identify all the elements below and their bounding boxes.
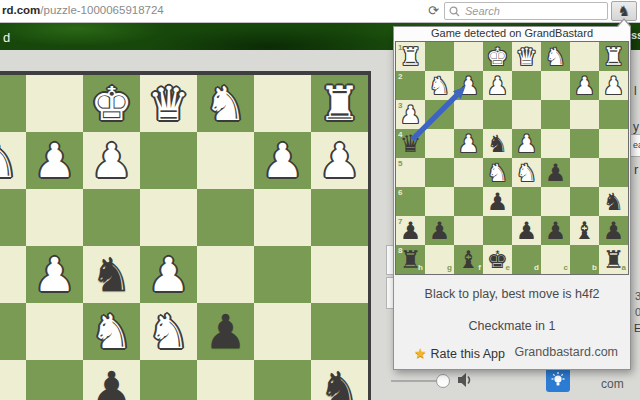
- page-text-fragment: y: [633, 120, 639, 134]
- square-g7[interactable]: ♟: [425, 216, 454, 245]
- square-a8[interactable]: ♜a: [599, 245, 628, 274]
- square-c6[interactable]: [197, 360, 254, 400]
- square-g4[interactable]: [425, 129, 454, 158]
- square-d6[interactable]: [140, 360, 197, 400]
- square-e2[interactable]: ♟: [483, 71, 512, 100]
- square-b6[interactable]: [570, 187, 599, 216]
- black-knight-icon: ♞: [483, 129, 512, 158]
- square-a5[interactable]: [599, 158, 628, 187]
- status-line: Black to play, best move is h4f2: [394, 287, 630, 301]
- square-b7[interactable]: ♝: [570, 216, 599, 245]
- url-path: /puzzle-1000065918724: [40, 4, 163, 16]
- square-f2[interactable]: ♟: [454, 71, 483, 100]
- white-knight-icon: ♞: [512, 158, 541, 187]
- address-bar[interactable]: rd.com/puzzle-1000065918724: [2, 4, 164, 16]
- white-knight-icon: ♞: [0, 132, 26, 189]
- reload-icon[interactable]: ⟳: [425, 2, 442, 19]
- white-pawn-icon: ♟: [599, 71, 628, 100]
- square-h2[interactable]: 2: [396, 71, 425, 100]
- speaker-icon[interactable]: [457, 372, 474, 388]
- black-bishop-icon: ♝: [570, 216, 599, 245]
- rank-label-8: 8: [398, 247, 402, 255]
- square-d5[interactable]: ♞: [140, 303, 197, 360]
- square-e5[interactable]: ♞: [483, 158, 512, 187]
- square-e4[interactable]: ♞: [483, 129, 512, 158]
- square-g6[interactable]: [425, 187, 454, 216]
- rank-label-1: 1: [398, 44, 402, 52]
- square-a3[interactable]: [599, 100, 628, 129]
- square-e1[interactable]: ♚: [83, 75, 140, 132]
- square-g3[interactable]: [425, 100, 454, 129]
- square-e6[interactable]: ♟: [483, 187, 512, 216]
- black-knight-icon: ♞: [311, 360, 368, 400]
- square-b3[interactable]: [570, 100, 599, 129]
- page-text-fragment: com: [601, 377, 624, 391]
- square-f1[interactable]: [26, 75, 83, 132]
- square-e2[interactable]: ♟: [83, 132, 140, 189]
- square-b6[interactable]: [254, 360, 311, 400]
- site-logo-fragment: d: [3, 30, 10, 45]
- square-d3[interactable]: [140, 189, 197, 246]
- search-icon: [449, 6, 460, 17]
- square-f3[interactable]: [26, 189, 83, 246]
- file-label-h: h: [418, 264, 423, 272]
- square-e3[interactable]: [83, 189, 140, 246]
- white-knight-icon: ♞: [140, 303, 197, 360]
- square-h8[interactable]: ♜8h: [396, 245, 425, 274]
- square-d4[interactable]: ♟: [512, 129, 541, 158]
- square-c4[interactable]: [197, 246, 254, 303]
- page-text-fragment: E: [634, 322, 640, 334]
- square-f2[interactable]: ♟: [26, 132, 83, 189]
- file-label-f: f: [478, 264, 481, 272]
- page-text-fragment: 0: [635, 306, 640, 318]
- file-label-a: a: [622, 264, 626, 272]
- black-pawn-icon: ♟: [541, 158, 570, 187]
- square-b5[interactable]: [254, 303, 311, 360]
- square-f1[interactable]: [454, 42, 483, 71]
- black-pawn-icon: ♟: [425, 216, 454, 245]
- page-text-fragment: 3: [635, 290, 640, 302]
- file-label-d: d: [534, 264, 539, 272]
- search-box[interactable]: [444, 2, 608, 20]
- square-b5[interactable]: [570, 158, 599, 187]
- square-e7[interactable]: [483, 216, 512, 245]
- hint-lightbulb-button[interactable]: [546, 368, 570, 392]
- square-g6[interactable]: [0, 360, 26, 400]
- black-pawn-icon: ♟: [197, 303, 254, 360]
- square-a3[interactable]: [311, 189, 368, 246]
- square-g3[interactable]: [0, 189, 26, 246]
- square-d5[interactable]: ♞: [512, 158, 541, 187]
- white-king-icon: ♚: [83, 75, 140, 132]
- square-f4[interactable]: ♟: [26, 246, 83, 303]
- white-rook-icon: ♜: [311, 75, 368, 132]
- file-label-g: g: [447, 264, 452, 272]
- white-pawn-icon: ♟: [512, 129, 541, 158]
- square-c1[interactable]: ♞: [197, 75, 254, 132]
- square-c8[interactable]: c: [541, 245, 570, 274]
- white-pawn-icon: ♟: [570, 71, 599, 100]
- square-a6[interactable]: ♞: [599, 187, 628, 216]
- square-f6[interactable]: [454, 187, 483, 216]
- rank-label-7: 7: [398, 218, 402, 226]
- browser-toolbar: rd.com/puzzle-1000065918724 ⟳ ♞: [0, 0, 640, 23]
- square-e3[interactable]: [483, 100, 512, 129]
- white-pawn-icon: ♟: [254, 132, 311, 189]
- mini-chessboard[interactable]: ♜1♚♛♞♜2♞♟♟♟♟♟3♛4♟♞♟5♞♞♟6♟♞♟7♟♟♟♝♟♜8hg♝f♚…: [395, 41, 629, 275]
- square-e6[interactable]: ♟: [83, 360, 140, 400]
- square-e1[interactable]: ♚: [483, 42, 512, 71]
- rank-label-5: 5: [398, 160, 402, 168]
- square-b8[interactable]: b: [570, 245, 599, 274]
- white-pawn-icon: ♟: [83, 132, 140, 189]
- square-f5[interactable]: [26, 303, 83, 360]
- white-knight-icon: ♞: [197, 75, 254, 132]
- square-h5[interactable]: 5: [396, 158, 425, 187]
- square-c3[interactable]: [541, 100, 570, 129]
- white-pawn-icon: ♟: [454, 71, 483, 100]
- square-a6[interactable]: ♞: [311, 360, 368, 400]
- square-h7[interactable]: ♟7: [396, 216, 425, 245]
- rank-label-6: 6: [398, 189, 402, 197]
- square-d2[interactable]: [140, 132, 197, 189]
- white-knight-icon: ♞: [83, 303, 140, 360]
- white-pawn-icon: ♟: [26, 246, 83, 303]
- volume-slider-handle[interactable]: [436, 374, 450, 388]
- square-b4[interactable]: [254, 246, 311, 303]
- square-e5[interactable]: ♞: [83, 303, 140, 360]
- white-rook-icon: ♜: [599, 42, 628, 71]
- square-a2[interactable]: ♟: [311, 132, 368, 189]
- knight-icon: ♞: [618, 3, 631, 19]
- black-knight-icon: ♞: [599, 187, 628, 216]
- square-e8[interactable]: ♚e: [483, 245, 512, 274]
- square-d6[interactable]: [512, 187, 541, 216]
- square-d8[interactable]: d: [512, 245, 541, 274]
- site-link[interactable]: Grandbastard.com: [514, 345, 618, 359]
- rank-label-4: 4: [398, 131, 402, 139]
- square-h6[interactable]: 6: [396, 187, 425, 216]
- square-h3[interactable]: ♟3: [396, 100, 425, 129]
- square-c3[interactable]: [197, 189, 254, 246]
- square-a4[interactable]: [311, 246, 368, 303]
- white-pawn-icon: ♟: [483, 71, 512, 100]
- square-g1[interactable]: [0, 75, 26, 132]
- black-pawn-icon: ♟: [599, 216, 628, 245]
- square-c2[interactable]: [541, 71, 570, 100]
- extension-popup: Game detected on GrandBastard ♜1♚♛♞♜2♞♟♟…: [393, 26, 631, 370]
- square-d7[interactable]: ♟: [512, 216, 541, 245]
- black-pawn-icon: ♟: [83, 360, 140, 400]
- rank-label-3: 3: [398, 102, 402, 110]
- page-input-fragment[interactable]: ea: [630, 134, 640, 157]
- square-b2[interactable]: ♟: [254, 132, 311, 189]
- square-a2[interactable]: ♟: [599, 71, 628, 100]
- url-domain: rd.com: [2, 4, 40, 16]
- file-label-c: c: [564, 264, 568, 272]
- square-a1[interactable]: ♜: [599, 42, 628, 71]
- square-d1[interactable]: ♛: [140, 75, 197, 132]
- square-g2[interactable]: ♞: [0, 132, 26, 189]
- white-pawn-icon: ♟: [454, 129, 483, 158]
- square-a4[interactable]: [599, 129, 628, 158]
- white-king-icon: ♚: [483, 42, 512, 71]
- black-pawn-icon: ♟: [512, 216, 541, 245]
- square-c2[interactable]: [197, 132, 254, 189]
- square-g5[interactable]: [425, 158, 454, 187]
- file-label-e: e: [506, 264, 510, 272]
- square-b2[interactable]: ♟: [570, 71, 599, 100]
- square-b3[interactable]: [254, 189, 311, 246]
- square-c5[interactable]: ♟: [197, 303, 254, 360]
- square-b1[interactable]: [254, 75, 311, 132]
- site-header-fragment: ss: [631, 29, 640, 41]
- white-pawn-icon: ♟: [311, 132, 368, 189]
- search-input[interactable]: [463, 4, 605, 18]
- square-f8[interactable]: ♝f: [454, 245, 483, 274]
- rate-app-link[interactable]: ★Rate this App: [414, 345, 505, 361]
- square-c7[interactable]: ♟: [541, 216, 570, 245]
- popup-title: Game detected on GrandBastard: [394, 27, 630, 41]
- square-f7[interactable]: [454, 216, 483, 245]
- black-pawn-icon: ♟: [541, 216, 570, 245]
- page-text-fragment: r: [634, 162, 638, 177]
- square-c6[interactable]: [541, 187, 570, 216]
- square-h1[interactable]: ♜1: [396, 42, 425, 71]
- square-g4[interactable]: [0, 246, 26, 303]
- square-c5[interactable]: ♟: [541, 158, 570, 187]
- white-knight-icon: ♞: [541, 42, 570, 71]
- lightbulb-icon: [549, 371, 567, 389]
- main-chessboard[interactable]: ♜♚♛♞♜♞♟♟♟♟♟♛♟♞♟♞♞♟♟♞♟♟♟♟♝♟♜♝♚♜: [0, 71, 371, 400]
- white-queen-icon: ♛: [140, 75, 197, 132]
- square-d4[interactable]: ♟: [140, 246, 197, 303]
- square-c4[interactable]: [541, 129, 570, 158]
- square-b1[interactable]: [570, 42, 599, 71]
- white-knight-icon: ♞: [425, 71, 454, 100]
- white-knight-icon: ♞: [483, 158, 512, 187]
- square-f3[interactable]: [454, 100, 483, 129]
- square-e4[interactable]: ♞: [83, 246, 140, 303]
- star-icon: ★: [414, 345, 427, 361]
- square-d1[interactable]: ♛: [512, 42, 541, 71]
- square-g1[interactable]: [425, 42, 454, 71]
- mate-line: Checkmate in 1: [394, 319, 630, 333]
- square-f6[interactable]: [26, 360, 83, 400]
- square-a5[interactable]: [311, 303, 368, 360]
- white-pawn-icon: ♟: [140, 246, 197, 303]
- square-c1[interactable]: ♞: [541, 42, 570, 71]
- rank-label-2: 2: [398, 73, 402, 81]
- square-f5[interactable]: [454, 158, 483, 187]
- square-g5[interactable]: [0, 303, 26, 360]
- file-label-b: b: [592, 264, 597, 272]
- square-b4[interactable]: [570, 129, 599, 158]
- square-h4[interactable]: ♛4: [396, 129, 425, 158]
- black-knight-icon: ♞: [83, 246, 140, 303]
- square-g2[interactable]: ♞: [425, 71, 454, 100]
- square-d3[interactable]: [512, 100, 541, 129]
- square-a1[interactable]: ♜: [311, 75, 368, 132]
- black-pawn-icon: ♟: [483, 187, 512, 216]
- square-a7[interactable]: ♟: [599, 216, 628, 245]
- white-queen-icon: ♛: [512, 42, 541, 71]
- square-f4[interactable]: ♟: [454, 129, 483, 158]
- white-pawn-icon: ♟: [26, 132, 83, 189]
- screen: rd.com/puzzle-1000065918724 ⟳ ♞ d ss ♜♚♛…: [0, 0, 640, 400]
- popup-caret: [618, 20, 630, 27]
- square-g8[interactable]: g: [425, 245, 454, 274]
- square-d2[interactable]: [512, 71, 541, 100]
- page-text-fragment: l: [634, 84, 637, 98]
